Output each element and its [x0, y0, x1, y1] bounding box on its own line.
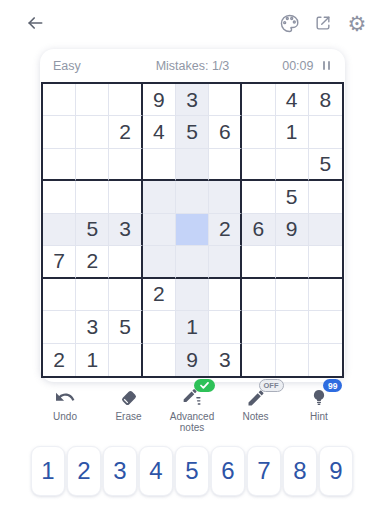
cell-r9c2[interactable]: 1 [76, 344, 109, 376]
cell-r1c3[interactable] [109, 84, 142, 116]
cell-r4c8[interactable]: 5 [276, 181, 309, 213]
cell-r2c8[interactable]: 1 [276, 116, 309, 148]
cell-r8c3[interactable]: 5 [109, 311, 142, 343]
cell-r4c3[interactable] [109, 181, 142, 213]
cell-r9c6[interactable]: 3 [209, 344, 242, 376]
cell-r8c6[interactable] [209, 311, 242, 343]
cell-r7c4[interactable]: 2 [143, 279, 176, 311]
cell-r5c8[interactable]: 9 [276, 214, 309, 246]
cell-r3c2[interactable] [76, 149, 109, 181]
cell-r6c4[interactable] [143, 246, 176, 278]
cell-r2c9[interactable] [309, 116, 342, 148]
numpad: 123456789 [0, 446, 384, 496]
gear-icon: ⚙ [348, 13, 367, 34]
numpad-9[interactable]: 9 [319, 446, 353, 496]
notes-badge: OFF [259, 379, 284, 392]
advanced-notes-badge [194, 379, 215, 392]
cell-r9c8[interactable] [276, 344, 309, 376]
numpad-7[interactable]: 7 [247, 446, 281, 496]
cell-r6c6[interactable] [209, 246, 242, 278]
numpad-3[interactable]: 3 [103, 446, 137, 496]
erase-button[interactable]: Erase [98, 386, 160, 434]
status-bar: Easy Mistakes: 1/3 00:09 [40, 49, 345, 82]
cell-r5c6[interactable]: 2 [209, 214, 242, 246]
cell-r2c5[interactable]: 5 [176, 116, 209, 148]
check-icon [200, 382, 209, 389]
hint-label: Hint [310, 411, 328, 422]
eraser-icon [119, 388, 139, 408]
cell-r1c5[interactable]: 3 [176, 84, 209, 116]
notes-label: Notes [242, 411, 268, 422]
cell-r9c4[interactable] [143, 344, 176, 376]
timer-label: 00:09 [282, 59, 313, 73]
cell-r4c2[interactable] [76, 181, 109, 213]
cell-r7c5[interactable] [176, 279, 209, 311]
cell-r4c7[interactable] [242, 181, 275, 213]
cell-r8c8[interactable] [276, 311, 309, 343]
cell-r4c1[interactable] [43, 181, 76, 213]
cell-r5c4[interactable] [143, 214, 176, 246]
cell-r6c1[interactable]: 7 [43, 246, 76, 278]
cell-r8c7[interactable] [242, 311, 275, 343]
theme-button[interactable] [276, 10, 302, 36]
toolbar: Undo Erase Advanced notes OFF Notes [0, 386, 384, 434]
cell-r5c5[interactable] [176, 214, 209, 246]
cell-r6c8[interactable] [276, 246, 309, 278]
numpad-2[interactable]: 2 [67, 446, 101, 496]
cell-r9c9[interactable] [309, 344, 342, 376]
notes-button[interactable]: OFF Notes [225, 386, 287, 434]
advanced-notes-label: Advanced notes [161, 411, 223, 433]
cell-r7c8[interactable] [276, 279, 309, 311]
cell-r9c1[interactable]: 2 [43, 344, 76, 376]
cell-r8c1[interactable] [43, 311, 76, 343]
sudoku-board[interactable]: 93482456155532697223512193 [41, 82, 344, 378]
cell-r4c6[interactable] [209, 181, 242, 213]
back-arrow-icon [25, 13, 45, 33]
cell-r2c1[interactable] [43, 116, 76, 148]
cell-r3c5[interactable] [176, 149, 209, 181]
pause-button[interactable] [321, 59, 333, 72]
share-icon [313, 13, 333, 33]
cell-r3c4[interactable] [143, 149, 176, 181]
cell-r7c1[interactable] [43, 279, 76, 311]
undo-icon [54, 390, 76, 408]
cell-r6c2[interactable]: 2 [76, 246, 109, 278]
cell-r3c8[interactable] [276, 149, 309, 181]
cell-r1c4[interactable]: 9 [143, 84, 176, 116]
cell-r5c3[interactable]: 3 [109, 214, 142, 246]
cell-r3c6[interactable] [209, 149, 242, 181]
cell-r2c3[interactable]: 2 [109, 116, 142, 148]
hint-badge: 99 [323, 379, 342, 392]
cell-r6c3[interactable] [109, 246, 142, 278]
cell-r8c4[interactable] [143, 311, 176, 343]
numpad-4[interactable]: 4 [139, 446, 173, 496]
cell-r9c5[interactable]: 9 [176, 344, 209, 376]
cell-r7c2[interactable] [76, 279, 109, 311]
cell-r3c1[interactable] [43, 149, 76, 181]
cell-r2c4[interactable]: 4 [143, 116, 176, 148]
back-button[interactable] [22, 10, 48, 36]
cell-r4c9[interactable] [309, 181, 342, 213]
cell-r8c5[interactable]: 1 [176, 311, 209, 343]
hint-button[interactable]: 99 Hint [288, 386, 350, 434]
cell-r7c3[interactable] [109, 279, 142, 311]
cell-r7c7[interactable] [242, 279, 275, 311]
cell-r4c5[interactable] [176, 181, 209, 213]
cell-r7c6[interactable] [209, 279, 242, 311]
cell-r3c9[interactable]: 5 [309, 149, 342, 181]
undo-label: Undo [53, 411, 77, 422]
numpad-8[interactable]: 8 [283, 446, 317, 496]
cell-r6c5[interactable] [176, 246, 209, 278]
cell-r8c2[interactable]: 3 [76, 311, 109, 343]
cell-r5c9[interactable] [309, 214, 342, 246]
palette-icon [279, 13, 300, 34]
cell-r3c3[interactable] [109, 149, 142, 181]
cell-r9c3[interactable] [109, 344, 142, 376]
cell-r1c7[interactable] [242, 84, 275, 116]
numpad-1[interactable]: 1 [31, 446, 65, 496]
cell-r6c7[interactable] [242, 246, 275, 278]
cell-r7c9[interactable] [309, 279, 342, 311]
settings-button[interactable]: ⚙ [344, 10, 370, 36]
advanced-notes-button[interactable]: Advanced notes [161, 386, 223, 434]
game-card: Easy Mistakes: 1/3 00:09 934824561555326… [40, 49, 345, 382]
cell-r9c7[interactable] [242, 344, 275, 376]
cell-r3c7[interactable] [242, 149, 275, 181]
cell-r2c6[interactable]: 6 [209, 116, 242, 148]
cell-r4c4[interactable] [143, 181, 176, 213]
app-screen: ⚙ Easy Mistakes: 1/3 00:09 9348245615553… [0, 0, 384, 512]
mistakes-label: Mistakes: 1/3 [156, 59, 230, 73]
cell-r5c1[interactable] [43, 214, 76, 246]
cell-r2c7[interactable] [242, 116, 275, 148]
cell-r5c2[interactable]: 5 [76, 214, 109, 246]
cell-r5c7[interactable]: 6 [242, 214, 275, 246]
erase-label: Erase [115, 411, 141, 422]
numpad-6[interactable]: 6 [211, 446, 245, 496]
cell-r8c9[interactable] [309, 311, 342, 343]
difficulty-label: Easy [53, 59, 156, 73]
cell-r2c2[interactable] [76, 116, 109, 148]
numpad-5[interactable]: 5 [175, 446, 209, 496]
cell-r1c2[interactable] [76, 84, 109, 116]
cell-r1c6[interactable] [209, 84, 242, 116]
pause-icon [323, 61, 326, 70]
cell-r6c9[interactable] [309, 246, 342, 278]
top-bar-actions: ⚙ [276, 10, 370, 36]
cell-r1c8[interactable]: 4 [276, 84, 309, 116]
top-bar: ⚙ [0, 0, 384, 46]
cell-r1c9[interactable]: 8 [309, 84, 342, 116]
undo-button[interactable]: Undo [34, 386, 96, 434]
cell-r1c1[interactable] [43, 84, 76, 116]
share-button[interactable] [310, 10, 336, 36]
